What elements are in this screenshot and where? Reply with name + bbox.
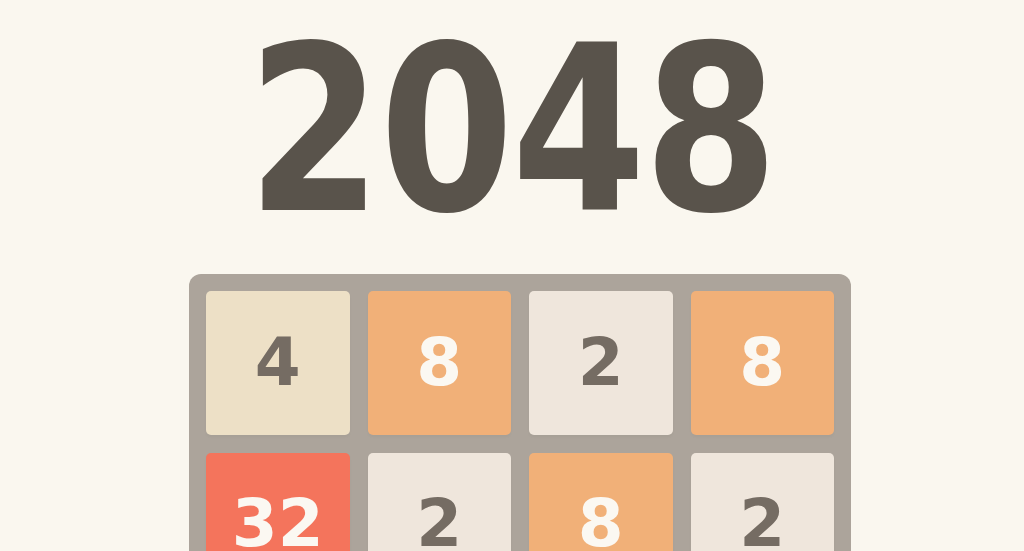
tile-r0c1: 8 xyxy=(368,291,512,435)
game-board[interactable]: 482832282 xyxy=(189,274,851,551)
tile-r1c2: 8 xyxy=(529,453,673,551)
tile-r0c2: 2 xyxy=(529,291,673,435)
tile-r1c1: 2 xyxy=(368,453,512,551)
game-screen: 2048 482832282 xyxy=(0,0,1024,551)
tile-r1c3: 2 xyxy=(691,453,835,551)
tile-r0c0: 4 xyxy=(206,291,350,435)
tile-r1c0: 32 xyxy=(206,453,350,551)
tile-r0c3: 8 xyxy=(691,291,835,435)
title-wrap: 2048 xyxy=(0,16,1024,246)
game-title: 2048 xyxy=(248,16,776,246)
